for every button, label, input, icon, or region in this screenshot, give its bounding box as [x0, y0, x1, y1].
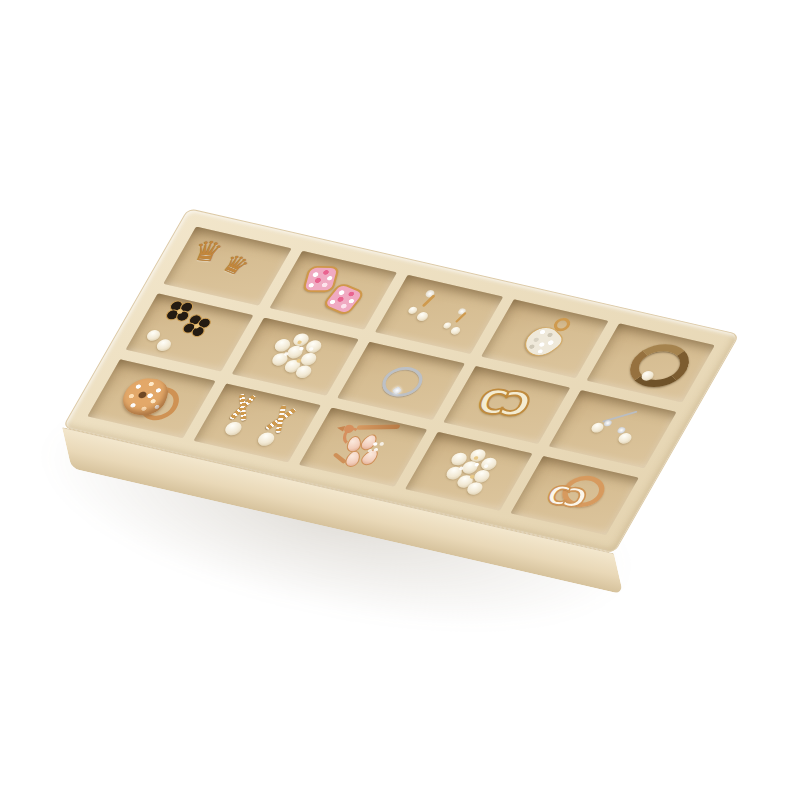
pearl — [442, 322, 452, 329]
rose-gold-pave-dome-ring — [115, 376, 187, 422]
tray-cell-r1c5 — [587, 323, 715, 402]
pearl-stud-earrings — [577, 405, 656, 455]
pearl — [415, 311, 430, 322]
pearl-dangle-earring — [400, 289, 444, 328]
crown-earring-icon: ♛ — [217, 250, 255, 280]
rose-gold-bird-brooch — [319, 417, 407, 477]
pearl — [407, 306, 419, 315]
silver-solitaire-ring — [374, 362, 428, 399]
bronze-band-ring-with-pearl — [624, 342, 687, 383]
tray-cell-r2c5 — [549, 390, 677, 469]
silver-band — [377, 366, 426, 398]
pearl — [255, 431, 278, 448]
tray-cell-r2c4: C C — [443, 366, 571, 445]
silver-accent — [603, 420, 613, 428]
opal-stone — [358, 448, 381, 468]
bird-tail — [332, 452, 346, 464]
gold-pearl-dangle-earrings — [397, 289, 482, 340]
photo-canvas: ♛ ♛ — [0, 0, 800, 800]
tray-cell-r1c2 — [269, 251, 397, 330]
tray-cell-r3c4 — [405, 432, 533, 511]
tray-cell-r2c2 — [231, 317, 359, 396]
cream-cc-brooch: C C — [471, 385, 542, 424]
tray-cell-r3c1 — [87, 359, 215, 438]
bronze-band — [625, 344, 694, 387]
pearl — [223, 421, 244, 436]
pave-bar — [239, 394, 246, 422]
pearl — [589, 422, 605, 434]
pearl-cluster-brooch — [257, 329, 333, 384]
pearl — [154, 338, 173, 352]
crystal-x-pearl-earrings — [209, 391, 305, 455]
pearl-dangle-earring — [437, 308, 475, 341]
pearl — [449, 326, 462, 335]
tray-cell-r3c3 — [299, 408, 427, 487]
branch — [356, 424, 400, 429]
pink-crystal-square-stud-earrings — [292, 263, 375, 317]
tray-cell-r2c3 — [337, 341, 465, 420]
tray-cell-r2c1 — [125, 293, 253, 372]
pave-bar — [275, 405, 286, 433]
crystal-pave-brooch — [516, 317, 575, 359]
opal-stone — [343, 451, 362, 468]
tray-cell-r3c5: C C — [511, 456, 639, 535]
pearl — [616, 432, 634, 445]
rose-gold-cc-pave-ring: C C — [537, 472, 612, 520]
tray-cell-r1c3 — [375, 275, 503, 354]
tray-cell-r1c1: ♛ ♛ — [163, 227, 291, 306]
crystal-accents — [372, 442, 378, 446]
pearl-cluster-brooch — [430, 442, 508, 501]
crown-stud-earrings: ♛ ♛ — [180, 237, 269, 289]
black-clover-earrings — [142, 299, 230, 361]
crown-earring-icon: ♛ — [188, 237, 227, 266]
tray-cell-r1c4 — [481, 299, 609, 378]
tray-cell-r3c2 — [193, 384, 321, 463]
